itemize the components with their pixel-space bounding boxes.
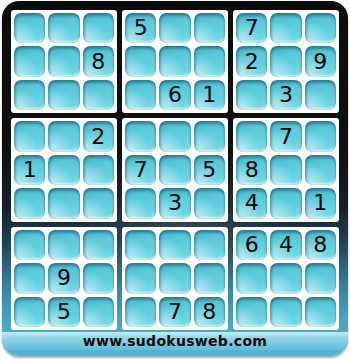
cell-r7c8[interactable]: 4 bbox=[270, 230, 301, 260]
cell-r5c2[interactable] bbox=[48, 155, 79, 185]
cell-r4c9[interactable] bbox=[305, 121, 336, 151]
cell-r9c2[interactable]: 5 bbox=[48, 297, 79, 327]
sudoku-box-8: 78 bbox=[122, 227, 228, 330]
cell-r3c4[interactable] bbox=[125, 80, 156, 110]
sudoku-box-4: 21 bbox=[11, 118, 117, 221]
cell-r2c1[interactable] bbox=[14, 46, 45, 76]
cell-r9c3[interactable] bbox=[83, 297, 114, 327]
cell-r8c6[interactable] bbox=[194, 263, 225, 293]
cell-r2c8[interactable] bbox=[270, 46, 301, 76]
cell-r5c7[interactable]: 8 bbox=[236, 155, 267, 185]
cell-r7c9[interactable]: 8 bbox=[305, 230, 336, 260]
cell-r7c4[interactable] bbox=[125, 230, 156, 260]
sudoku-box-3: 7293 bbox=[233, 10, 339, 113]
cell-r2c3[interactable]: 8 bbox=[83, 46, 114, 76]
cell-r7c1[interactable] bbox=[14, 230, 45, 260]
cell-r6c6[interactable] bbox=[194, 188, 225, 218]
cell-r2c6[interactable] bbox=[194, 46, 225, 76]
sudoku-box-9: 648 bbox=[233, 227, 339, 330]
cell-r1c3[interactable] bbox=[83, 13, 114, 43]
cell-r4c3[interactable]: 2 bbox=[83, 121, 114, 151]
cell-r5c3[interactable] bbox=[83, 155, 114, 185]
board-frame: 856172932175378419578648 www.sudokusweb.… bbox=[2, 1, 348, 356]
cell-r7c5[interactable] bbox=[159, 230, 190, 260]
cell-r8c1[interactable] bbox=[14, 263, 45, 293]
cell-r6c8[interactable] bbox=[270, 188, 301, 218]
cell-r5c8[interactable] bbox=[270, 155, 301, 185]
cell-r1c8[interactable] bbox=[270, 13, 301, 43]
cell-r3c3[interactable] bbox=[83, 80, 114, 110]
cell-r3c9[interactable] bbox=[305, 80, 336, 110]
cell-r8c9[interactable] bbox=[305, 263, 336, 293]
cell-r8c4[interactable] bbox=[125, 263, 156, 293]
cell-r9c7[interactable] bbox=[236, 297, 267, 327]
cell-r8c5[interactable] bbox=[159, 263, 190, 293]
cell-r2c2[interactable] bbox=[48, 46, 79, 76]
cell-r7c7[interactable]: 6 bbox=[236, 230, 267, 260]
cell-r9c8[interactable] bbox=[270, 297, 301, 327]
cell-r1c6[interactable] bbox=[194, 13, 225, 43]
cell-r4c6[interactable] bbox=[194, 121, 225, 151]
cell-r5c4[interactable]: 7 bbox=[125, 155, 156, 185]
cell-r5c6[interactable]: 5 bbox=[194, 155, 225, 185]
cell-r1c4[interactable]: 5 bbox=[125, 13, 156, 43]
cell-r8c8[interactable] bbox=[270, 263, 301, 293]
cell-r4c8[interactable]: 7 bbox=[270, 121, 301, 151]
cell-r6c1[interactable] bbox=[14, 188, 45, 218]
cell-r8c3[interactable] bbox=[83, 263, 114, 293]
cell-r4c7[interactable] bbox=[236, 121, 267, 151]
cell-r1c7[interactable]: 7 bbox=[236, 13, 267, 43]
website-url: www.sudokusweb.com bbox=[83, 333, 267, 349]
cell-r2c9[interactable]: 9 bbox=[305, 46, 336, 76]
cell-r2c5[interactable] bbox=[159, 46, 190, 76]
cell-r6c4[interactable] bbox=[125, 188, 156, 218]
sudoku-board: 856172932175378419578648 bbox=[11, 10, 339, 330]
cell-r7c6[interactable] bbox=[194, 230, 225, 260]
cell-r4c1[interactable] bbox=[14, 121, 45, 151]
cell-r1c1[interactable] bbox=[14, 13, 45, 43]
sudoku-box-1: 8 bbox=[11, 10, 117, 113]
cell-r2c7[interactable]: 2 bbox=[236, 46, 267, 76]
cell-r3c8[interactable]: 3 bbox=[270, 80, 301, 110]
cell-r7c2[interactable] bbox=[48, 230, 79, 260]
cell-r9c1[interactable] bbox=[14, 297, 45, 327]
cell-r5c5[interactable] bbox=[159, 155, 190, 185]
cell-r6c2[interactable] bbox=[48, 188, 79, 218]
cell-r9c4[interactable] bbox=[125, 297, 156, 327]
cell-r2c4[interactable] bbox=[125, 46, 156, 76]
cell-r9c6[interactable]: 8 bbox=[194, 297, 225, 327]
cell-r4c2[interactable] bbox=[48, 121, 79, 151]
sudoku-box-7: 95 bbox=[11, 227, 117, 330]
cell-r3c7[interactable] bbox=[236, 80, 267, 110]
cell-r6c3[interactable] bbox=[83, 188, 114, 218]
cell-r3c5[interactable]: 6 bbox=[159, 80, 190, 110]
sudoku-box-6: 7841 bbox=[233, 118, 339, 221]
cell-r4c4[interactable] bbox=[125, 121, 156, 151]
cell-r6c9[interactable]: 1 bbox=[305, 188, 336, 218]
cell-r1c5[interactable] bbox=[159, 13, 190, 43]
cell-r1c9[interactable] bbox=[305, 13, 336, 43]
cell-r1c2[interactable] bbox=[48, 13, 79, 43]
cell-r5c1[interactable]: 1 bbox=[14, 155, 45, 185]
cell-r3c1[interactable] bbox=[14, 80, 45, 110]
cell-r6c7[interactable]: 4 bbox=[236, 188, 267, 218]
cell-r6c5[interactable]: 3 bbox=[159, 188, 190, 218]
cell-r8c2[interactable]: 9 bbox=[48, 263, 79, 293]
cell-r7c3[interactable] bbox=[83, 230, 114, 260]
cell-r8c7[interactable] bbox=[236, 263, 267, 293]
cell-r5c9[interactable] bbox=[305, 155, 336, 185]
cell-r4c5[interactable] bbox=[159, 121, 190, 151]
cell-r3c6[interactable]: 1 bbox=[194, 80, 225, 110]
sudoku-box-2: 561 bbox=[122, 10, 228, 113]
cell-r3c2[interactable] bbox=[48, 80, 79, 110]
cell-r9c5[interactable]: 7 bbox=[159, 297, 190, 327]
sudoku-box-5: 753 bbox=[122, 118, 228, 221]
cell-r9c9[interactable] bbox=[305, 297, 336, 327]
footer-band: www.sudokusweb.com bbox=[2, 332, 348, 350]
